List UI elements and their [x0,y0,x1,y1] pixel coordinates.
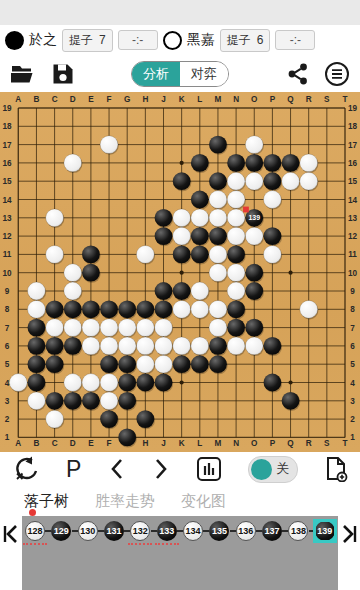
board-stone [136,410,154,428]
board-stone [155,319,173,337]
board-coordinate-label: 5 [350,360,355,369]
move-stone: 129 [51,521,71,541]
board-stone [46,246,64,264]
board-coordinate-label: P [270,95,276,104]
board-coordinate-label: 7 [5,324,10,333]
board-stone [264,172,282,190]
board-coordinate-label: 17 [348,141,358,150]
board-stone [155,209,173,227]
board-stone [191,154,209,172]
board-stone [118,429,136,447]
white-captures-box: 提子6 [220,29,271,52]
menu-button[interactable] [324,61,350,87]
black-stone-icon [5,31,24,50]
board-coordinate-label: S [324,439,330,448]
board-stone [136,374,154,392]
bar-chart-icon [196,456,222,482]
share-button[interactable] [286,61,310,87]
move-stone: 139 [315,521,335,541]
board-stone [100,410,118,428]
board-stone [300,172,318,190]
chevron-left-icon [108,457,126,481]
board-stone [46,337,64,355]
board-stone [28,355,46,373]
board-stone [245,136,263,154]
board-stone [82,246,100,264]
board-stone [64,319,82,337]
board-stone [155,337,173,355]
board-coordinate-label: 13 [348,214,358,223]
board-coordinate-label: R [306,439,312,448]
board-coordinate-label: 16 [348,159,358,168]
ai-toggle[interactable]: 关 [248,456,298,483]
board-coordinate-label: 1 [5,433,10,442]
board-stone [100,392,118,410]
go-board[interactable]: AA1919BB1818CC1717DD1616EE1515FF1414GG13… [0,92,360,452]
analysis-tabs: 落子树 胜率走势 变化图 [0,486,360,516]
board-stone [64,374,82,392]
white-timer: -:- [275,30,315,50]
board-stone [64,337,82,355]
board-coordinate-label: F [107,95,112,104]
board-coordinate-label: 19 [348,104,358,113]
board-stone [64,392,82,410]
black-player-name: 於之 [29,31,57,49]
board-coordinate-label: 9 [350,287,355,296]
board-coordinate-label: 4 [5,379,10,388]
board-stone [245,319,263,337]
board-coordinate-label: 10 [2,269,12,278]
board-coordinate-label: L [197,95,202,104]
jump-last-button[interactable] [341,524,358,548]
board-stone [191,355,209,373]
move-connector [230,530,236,532]
board-coordinate-label: O [251,439,258,448]
board-stone [191,246,209,264]
board-stone [209,172,227,190]
board-coordinate-label: 4 [350,379,355,388]
board-coordinate-label: S [324,95,330,104]
board-coordinate-label: N [233,439,239,448]
move-node-129[interactable]: 129 [51,521,71,541]
move-connector [45,530,51,532]
board-coordinate-label: M [215,439,222,448]
board-coordinate-label: 8 [350,305,355,314]
board-stone [64,154,82,172]
board-coordinate-label: 5 [5,360,10,369]
board-stone [209,246,227,264]
board-stone [155,300,173,318]
board-coordinate-label: T [342,439,347,448]
board-coordinate-label: M [215,95,222,104]
board-coordinate-label: L [197,439,202,448]
players-bar: 於之 提子7 -:- 黑嘉 提子6 -:- [0,25,360,55]
board-coordinate-label: 14 [2,196,12,205]
board-coordinate-label: 13 [2,214,12,223]
move-node-134[interactable]: 134 [183,521,203,541]
board-stone [245,172,263,190]
board-coordinate-label: H [142,95,148,104]
board-stone [227,319,245,337]
board-coordinate-label: 8 [5,305,10,314]
board-stone [118,300,136,318]
board-stone [191,282,209,300]
move-connector [124,530,130,532]
move-underline [155,543,179,545]
board-coordinate-label: 11 [3,250,12,259]
white-captures-value: 6 [257,33,264,47]
board-coordinate-label: 15 [2,177,12,186]
move-tree-panel: 128129130131132133134135136137138139 [0,516,360,590]
board-stone [118,337,136,355]
board-stone [64,264,82,282]
move-connector [98,530,104,532]
board-stone [155,282,173,300]
board-coordinate-label: 18 [2,122,12,131]
board-stone [28,282,46,300]
board-coordinate-label: 6 [350,342,355,351]
move-stone: 130 [78,521,98,541]
board-stone [227,282,245,300]
board-stone [300,300,318,318]
board-stone [227,227,245,245]
board-stone [100,300,118,318]
board-stone [227,209,245,227]
tab-analysis[interactable]: 分析 [132,62,180,86]
move-connector [177,530,183,532]
board-stone [264,191,282,209]
board-coordinate-label: C [52,95,58,104]
board-stone [82,319,100,337]
board-stone [245,337,263,355]
board-coordinate-label: 7 [350,324,355,333]
current-move-number: 139 [248,214,260,221]
white-player-name: 黑嘉 [187,31,215,49]
board-stone [191,191,209,209]
board-stone [46,319,64,337]
board-stone [191,300,209,318]
move-stone: 131 [104,521,124,541]
board-stone [173,337,191,355]
move-stone: 135 [209,521,229,541]
board-coordinate-label: Q [287,95,294,104]
board-coordinate-label: 11 [348,250,357,259]
move-stone: 138 [288,521,308,541]
board-stone [136,355,154,373]
export-button[interactable] [324,456,348,482]
board-stone [209,337,227,355]
board-stone [46,392,64,410]
board-coordinate-label: D [70,95,76,104]
board-coordinate-label: J [161,439,166,448]
board-stone [264,337,282,355]
move-node-136[interactable]: 136 [236,521,256,541]
board-coordinate-label: A [15,95,21,104]
next-move-button[interactable] [152,457,170,481]
tab-winrate-trend[interactable]: 胜率走势 [95,492,155,511]
toggle-knob [251,459,272,480]
board-stone [155,374,173,392]
board-stone [100,337,118,355]
toggle-label: 关 [276,460,289,478]
board-stone [28,392,46,410]
board-coordinate-label: G [124,95,130,104]
board-stone [227,300,245,318]
board-coordinate-label: 2 [350,415,355,424]
tab-play[interactable]: 对弈 [180,62,228,86]
board-coordinate-label: 19 [2,104,12,113]
board-coordinate-label: E [88,439,94,448]
move-node-130[interactable]: 130 [78,521,98,541]
active-tab-red-dot [29,509,36,516]
board-stone [227,191,245,209]
board-stone [173,209,191,227]
board-coordinate-label: 12 [2,232,12,241]
mode-segmented-control: 分析 对弈 [131,61,229,87]
board-stone [227,154,245,172]
board-coordinate-label: D [70,439,76,448]
board-coordinate-label: 6 [5,342,10,351]
board-stone [46,209,64,227]
board-stone [118,374,136,392]
board-stone [173,300,191,318]
move-node-135[interactable]: 135 [209,521,229,541]
board-stone [100,374,118,392]
board-coordinate-label: K [179,439,185,448]
board-stone [118,355,136,373]
move-stone: 133 [157,521,177,541]
board-stone [264,374,282,392]
board-stone [173,172,191,190]
board-stone [82,337,100,355]
board-coordinate-label: 15 [348,177,358,186]
board-coordinate-label: H [142,439,148,448]
board-coordinate-label: N [233,95,239,104]
move-connector [256,530,262,532]
export-file-icon [324,456,348,482]
board-stone [82,300,100,318]
folder-open-icon [10,63,34,85]
board-stone [173,227,191,245]
share-icon [286,62,310,86]
board-coordinate-label: T [342,95,347,104]
move-underline [23,543,47,545]
board-stone [9,374,27,392]
board-stone [100,136,118,154]
board-stone [82,392,100,410]
move-underline [128,543,152,545]
board-coordinate-label: B [33,439,39,448]
board-stone [282,392,300,410]
board-stone [264,154,282,172]
white-stone-icon [163,31,182,50]
undo-icon [12,456,40,482]
board-stone [191,209,209,227]
move-stone: 134 [183,521,203,541]
board-coordinate-label: Q [287,439,294,448]
board-stone [245,264,263,282]
board-stone [28,300,46,318]
jump-first-button[interactable] [2,524,19,548]
black-captures-value: 7 [99,33,106,47]
board-stone [264,227,282,245]
board-stone [46,300,64,318]
board-stone [264,246,282,264]
move-node-137[interactable]: 137 [262,521,282,541]
move-connector [282,530,288,532]
board-stone [245,154,263,172]
board-stone [209,264,227,282]
move-stone: 128 [25,521,45,541]
board-coordinate-label: O [251,95,258,104]
board-stone [227,172,245,190]
undo-button[interactable] [12,456,40,482]
move-stone: 137 [262,521,282,541]
move-connector [72,530,78,532]
move-node-133[interactable]: 133 [157,521,177,541]
board-coordinate-label: 3 [350,397,355,406]
board-coordinate-label: 14 [348,196,358,205]
board-stone [100,319,118,337]
move-stone: 132 [130,521,150,541]
prev-move-button[interactable] [108,457,126,481]
board-stone [28,337,46,355]
board-coordinate-label: 17 [2,141,12,150]
board-stone [136,337,154,355]
board-coordinate-label: R [306,95,312,104]
board-coordinate-label: P [270,439,276,448]
board-stone [46,355,64,373]
board-stone [173,246,191,264]
board-stone [227,264,245,282]
board-stone [245,282,263,300]
black-timer: -:- [118,30,158,50]
board-coordinate-label: K [179,95,185,104]
black-captures-label: 提子 [69,33,93,47]
board-coordinate-label: F [107,439,112,448]
board-coordinate-label: 18 [348,122,358,131]
board-stone [282,172,300,190]
board-coordinate-label: 3 [5,397,10,406]
board-coordinate-label: 16 [2,159,12,168]
board-stone [209,355,227,373]
move-list: 128129130131132133134135136137138139 [22,516,338,541]
board-stone [82,264,100,282]
chevron-right-icon [152,457,170,481]
board-stone [191,227,209,245]
board-stone [28,374,46,392]
black-captures-box: 提子7 [62,29,113,52]
board-stone [209,136,227,154]
board-stone [118,392,136,410]
board-coordinate-label: 12 [348,232,358,241]
board-coordinate-label: E [88,95,94,104]
board-stone [46,410,64,428]
board-coordinate-label: 2 [5,415,10,424]
tab-variation-diagram[interactable]: 变化图 [181,492,226,511]
move-node-132[interactable]: 132 [130,521,150,541]
move-connector [151,530,157,532]
chart-button[interactable] [196,456,222,482]
board-coordinate-label: 10 [348,269,358,278]
white-captures-label: 提子 [227,33,251,47]
board-coordinate-label: J [161,95,166,104]
status-bar [0,0,360,25]
move-node-131[interactable]: 131 [104,521,124,541]
board-stone [118,319,136,337]
board-stone [209,191,227,209]
board-stone [173,282,191,300]
board-coordinate-label: A [15,439,21,448]
board-stone [209,227,227,245]
save-icon [52,63,74,85]
move-stone: 136 [236,521,256,541]
tab-move-tree[interactable]: 落子树 [24,492,69,511]
hamburger-menu-icon [324,61,350,87]
board-stone [64,300,82,318]
bottom-toolbar: P 关 [0,452,360,486]
board-stone [191,337,209,355]
current-move-marker [243,207,249,213]
board-coordinate-label: B [33,95,39,104]
board-stone [300,154,318,172]
board-stone [100,355,118,373]
move-connector [309,530,315,532]
save-button[interactable] [52,63,74,85]
board-stone [282,154,300,172]
board-stone [227,246,245,264]
board-stone [209,319,227,337]
board-stone [28,319,46,337]
board-stone [136,300,154,318]
go-board-area: AA1919BB1818CC1717DD1616EE1515FF1414GG13… [0,92,360,452]
board-stone [155,355,173,373]
board-stone [245,227,263,245]
pass-button[interactable]: P [66,458,81,481]
move-node-139[interactable]: 139 [315,521,335,541]
board-stone [64,282,82,300]
board-stone [227,337,245,355]
board-stone [155,227,173,245]
board-coordinate-label: 9 [5,287,10,296]
move-connector [203,530,209,532]
board-stone [173,355,191,373]
move-tree-strip: 128129130131132133134135136137138139 [22,516,338,590]
move-node-138[interactable]: 138 [288,521,308,541]
top-toolbar: 分析 对弈 [0,55,360,92]
board-coordinate-label: C [52,439,58,448]
move-node-128[interactable]: 128 [25,521,45,541]
board-stone [82,374,100,392]
open-file-button[interactable] [10,63,34,85]
board-stone [209,209,227,227]
board-stone [209,300,227,318]
board-stone [136,319,154,337]
board-stone [136,246,154,264]
board-coordinate-label: 1 [350,433,355,442]
